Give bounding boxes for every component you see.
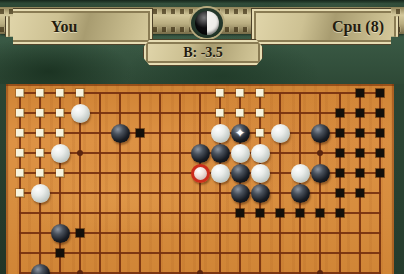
black-territory-marker — [376, 109, 384, 117]
game-screen: You Cpu (8) B: -3.5 ✦ — [0, 0, 404, 274]
white-territory-marker — [256, 129, 264, 137]
white-territory-marker — [16, 109, 24, 117]
black-territory-marker — [356, 89, 364, 97]
white-stone — [211, 124, 230, 143]
black-stone — [231, 184, 250, 203]
white-territory-marker — [56, 129, 64, 137]
black-territory-marker — [356, 169, 364, 177]
black-territory-marker — [376, 89, 384, 97]
black-stone — [211, 144, 230, 163]
black-territory-marker — [136, 129, 144, 137]
star-point — [77, 150, 83, 156]
white-stone — [291, 164, 310, 183]
white-territory-marker — [236, 89, 244, 97]
white-stone — [211, 164, 230, 183]
white-territory-marker — [16, 189, 24, 197]
star-point — [77, 270, 83, 274]
grid-vline — [379, 93, 381, 274]
black-territory-marker — [376, 169, 384, 177]
white-territory-marker — [36, 149, 44, 157]
white-stone — [251, 144, 270, 163]
black-territory-marker — [356, 109, 364, 117]
grid-vline — [19, 93, 21, 274]
grid-hline — [19, 232, 381, 234]
black-territory-marker — [76, 229, 84, 237]
star-point — [317, 150, 323, 156]
grid-vline — [319, 93, 321, 274]
star-point — [197, 270, 203, 274]
white-stone — [251, 164, 270, 183]
white-territory-marker — [56, 169, 64, 177]
white-stone — [71, 104, 90, 123]
white-territory-marker — [56, 89, 64, 97]
black-stone — [311, 124, 330, 143]
white-stone — [191, 164, 210, 183]
white-territory-marker — [16, 89, 24, 97]
black-territory-marker — [336, 169, 344, 177]
white-territory-marker — [256, 109, 264, 117]
black-territory-marker — [376, 149, 384, 157]
black-territory-marker — [316, 209, 324, 217]
black-territory-marker — [256, 209, 264, 217]
black-territory-marker — [276, 209, 284, 217]
grid-hline — [19, 92, 381, 94]
white-territory-marker — [236, 109, 244, 117]
grid-vline — [59, 93, 61, 274]
white-territory-marker — [76, 89, 84, 97]
black-territory-marker — [336, 149, 344, 157]
white-territory-marker — [16, 129, 24, 137]
black-stone — [251, 184, 270, 203]
black-stone — [231, 164, 250, 183]
grid-vline — [219, 93, 221, 274]
last-move-sparkle-icon: ✦ — [231, 124, 250, 143]
black-territory-marker — [356, 149, 364, 157]
white-territory-marker — [16, 169, 24, 177]
white-stone — [231, 144, 250, 163]
black-stone — [31, 264, 50, 274]
white-stone — [31, 184, 50, 203]
white-stone — [271, 124, 290, 143]
black-stone — [111, 124, 130, 143]
grid-vline — [179, 93, 181, 274]
grid-vline — [279, 93, 281, 274]
black-stone — [191, 144, 210, 163]
grid-hline — [19, 192, 381, 194]
white-territory-marker — [216, 109, 224, 117]
black-stone — [311, 164, 330, 183]
black-territory-marker — [356, 129, 364, 137]
board-grid-layer: ✦ — [0, 0, 404, 274]
white-territory-marker — [36, 129, 44, 137]
black-stone — [291, 184, 310, 203]
black-stone — [51, 224, 70, 243]
white-territory-marker — [36, 169, 44, 177]
grid-vline — [359, 93, 361, 274]
white-stone — [51, 144, 70, 163]
black-territory-marker — [376, 129, 384, 137]
black-territory-marker — [236, 209, 244, 217]
white-territory-marker — [36, 109, 44, 117]
black-territory-marker — [296, 209, 304, 217]
star-point — [317, 270, 323, 274]
grid-vline — [199, 93, 201, 274]
white-territory-marker — [56, 109, 64, 117]
grid-vline — [99, 93, 101, 274]
black-territory-marker — [336, 109, 344, 117]
white-territory-marker — [36, 89, 44, 97]
grid-hline — [19, 252, 381, 254]
black-territory-marker — [336, 129, 344, 137]
black-stone: ✦ — [231, 124, 250, 143]
grid-vline — [339, 93, 341, 274]
black-territory-marker — [356, 189, 364, 197]
grid-vline — [119, 93, 121, 274]
grid-vline — [159, 93, 161, 274]
black-territory-marker — [336, 209, 344, 217]
black-territory-marker — [336, 189, 344, 197]
grid-hline — [19, 212, 381, 214]
white-territory-marker — [16, 149, 24, 157]
black-territory-marker — [56, 249, 64, 257]
white-territory-marker — [256, 89, 264, 97]
grid-vline — [139, 93, 141, 274]
white-territory-marker — [216, 89, 224, 97]
